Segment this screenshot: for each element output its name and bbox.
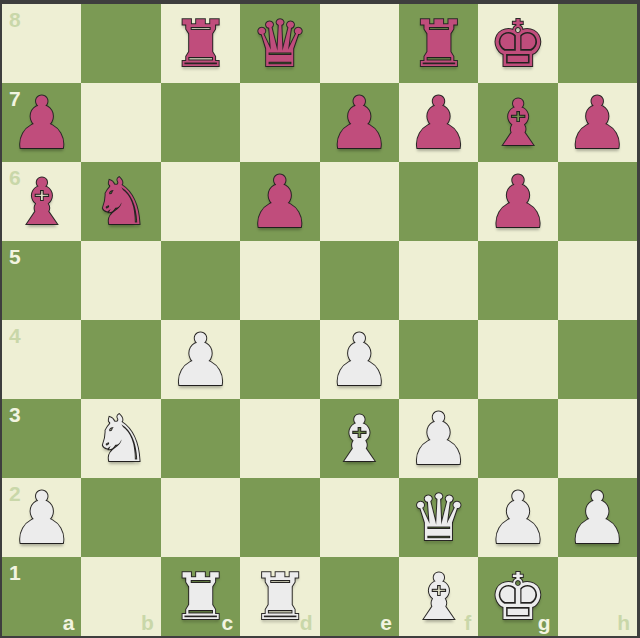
square-a2[interactable]: 2♟ <box>2 478 81 557</box>
square-d4[interactable] <box>240 320 319 399</box>
piece-white-bishop-f1[interactable]: ♝ <box>410 565 467 629</box>
piece-black-pawn-e7[interactable]: ♟ <box>327 87 392 159</box>
square-a7[interactable]: 7♟ <box>2 83 81 162</box>
square-c2[interactable] <box>161 478 240 557</box>
file-label-h: h <box>617 612 630 633</box>
rank-label-8: 8 <box>9 9 21 30</box>
piece-black-pawn-d6[interactable]: ♟ <box>248 166 313 238</box>
square-d5[interactable] <box>240 241 319 320</box>
piece-black-queen-d8[interactable]: ♛ <box>251 12 308 76</box>
square-e6[interactable] <box>320 162 399 241</box>
square-f7[interactable]: ♟ <box>399 83 478 162</box>
piece-white-bishop-e3[interactable]: ♝ <box>331 407 388 471</box>
piece-black-rook-c8[interactable]: ♜ <box>172 12 229 76</box>
square-g5[interactable] <box>478 241 557 320</box>
piece-black-rook-f8[interactable]: ♜ <box>410 12 467 76</box>
square-c8[interactable]: ♜ <box>161 4 240 83</box>
square-b2[interactable] <box>81 478 160 557</box>
file-label-a: a <box>63 612 75 633</box>
square-a1[interactable]: 1a <box>2 557 81 636</box>
file-label-f: f <box>464 612 471 633</box>
square-e8[interactable] <box>320 4 399 83</box>
rank-label-1: 1 <box>9 562 21 583</box>
piece-black-bishop-a6[interactable]: ♝ <box>13 170 70 234</box>
rank-label-6: 6 <box>9 167 21 188</box>
chess-board: 8♜♛♜♚7♟♟♟♝♟6♝♞♟♟54♟♟3♞♝♟2♟♛♟♟1abc♜d♜ef♝g… <box>2 4 637 636</box>
square-g6[interactable]: ♟ <box>478 162 557 241</box>
square-f8[interactable]: ♜ <box>399 4 478 83</box>
square-g4[interactable] <box>478 320 557 399</box>
piece-black-pawn-f7[interactable]: ♟ <box>406 87 471 159</box>
rank-label-3: 3 <box>9 404 21 425</box>
square-e7[interactable]: ♟ <box>320 83 399 162</box>
rank-label-5: 5 <box>9 246 21 267</box>
square-c5[interactable] <box>161 241 240 320</box>
square-a4[interactable]: 4 <box>2 320 81 399</box>
square-b6[interactable]: ♞ <box>81 162 160 241</box>
square-c1[interactable]: c♜ <box>161 557 240 636</box>
square-f6[interactable] <box>399 162 478 241</box>
square-e5[interactable] <box>320 241 399 320</box>
square-a3[interactable]: 3 <box>2 399 81 478</box>
file-label-d: d <box>300 612 313 633</box>
square-h4[interactable] <box>558 320 637 399</box>
square-c3[interactable] <box>161 399 240 478</box>
square-h6[interactable] <box>558 162 637 241</box>
piece-white-pawn-c4[interactable]: ♟ <box>168 324 233 396</box>
square-d6[interactable]: ♟ <box>240 162 319 241</box>
piece-white-pawn-e4[interactable]: ♟ <box>327 324 392 396</box>
square-c7[interactable] <box>161 83 240 162</box>
piece-black-knight-b6[interactable]: ♞ <box>92 170 149 234</box>
square-g1[interactable]: g♚ <box>478 557 557 636</box>
square-b5[interactable] <box>81 241 160 320</box>
piece-white-pawn-h2[interactable]: ♟ <box>565 482 630 554</box>
square-h7[interactable]: ♟ <box>558 83 637 162</box>
square-b7[interactable] <box>81 83 160 162</box>
square-g8[interactable]: ♚ <box>478 4 557 83</box>
square-d3[interactable] <box>240 399 319 478</box>
file-label-c: c <box>221 612 233 633</box>
square-h3[interactable] <box>558 399 637 478</box>
piece-white-knight-b3[interactable]: ♞ <box>92 407 149 471</box>
rank-label-2: 2 <box>9 483 21 504</box>
piece-white-pawn-g2[interactable]: ♟ <box>486 482 551 554</box>
square-h2[interactable]: ♟ <box>558 478 637 557</box>
square-g7[interactable]: ♝ <box>478 83 557 162</box>
file-label-b: b <box>141 612 154 633</box>
square-f4[interactable] <box>399 320 478 399</box>
square-g2[interactable]: ♟ <box>478 478 557 557</box>
square-f1[interactable]: f♝ <box>399 557 478 636</box>
piece-white-queen-f2[interactable]: ♛ <box>410 486 467 550</box>
square-a8[interactable]: 8 <box>2 4 81 83</box>
square-e3[interactable]: ♝ <box>320 399 399 478</box>
square-f5[interactable] <box>399 241 478 320</box>
square-e4[interactable]: ♟ <box>320 320 399 399</box>
file-label-g: g <box>538 612 551 633</box>
square-h8[interactable] <box>558 4 637 83</box>
square-d1[interactable]: d♜ <box>240 557 319 636</box>
square-d7[interactable] <box>240 83 319 162</box>
square-h5[interactable] <box>558 241 637 320</box>
square-d2[interactable] <box>240 478 319 557</box>
square-a5[interactable]: 5 <box>2 241 81 320</box>
square-g3[interactable] <box>478 399 557 478</box>
piece-black-pawn-h7[interactable]: ♟ <box>565 87 630 159</box>
rank-label-7: 7 <box>9 88 21 109</box>
square-e2[interactable] <box>320 478 399 557</box>
square-b3[interactable]: ♞ <box>81 399 160 478</box>
square-b8[interactable] <box>81 4 160 83</box>
square-f3[interactable]: ♟ <box>399 399 478 478</box>
square-b4[interactable] <box>81 320 160 399</box>
square-f2[interactable]: ♛ <box>399 478 478 557</box>
square-c4[interactable]: ♟ <box>161 320 240 399</box>
square-c6[interactable] <box>161 162 240 241</box>
square-h1[interactable]: h <box>558 557 637 636</box>
square-d8[interactable]: ♛ <box>240 4 319 83</box>
piece-black-king-g8[interactable]: ♚ <box>489 12 546 76</box>
square-e1[interactable]: e <box>320 557 399 636</box>
file-label-e: e <box>380 612 392 633</box>
square-a6[interactable]: 6♝ <box>2 162 81 241</box>
rank-label-4: 4 <box>9 325 21 346</box>
piece-white-pawn-f3[interactable]: ♟ <box>406 403 471 475</box>
piece-black-pawn-g6[interactable]: ♟ <box>486 166 551 238</box>
piece-black-bishop-g7[interactable]: ♝ <box>489 91 546 155</box>
square-b1[interactable]: b <box>81 557 160 636</box>
window-frame: 8♜♛♜♚7♟♟♟♝♟6♝♞♟♟54♟♟3♞♝♟2♟♛♟♟1abc♜d♜ef♝g… <box>0 0 640 638</box>
